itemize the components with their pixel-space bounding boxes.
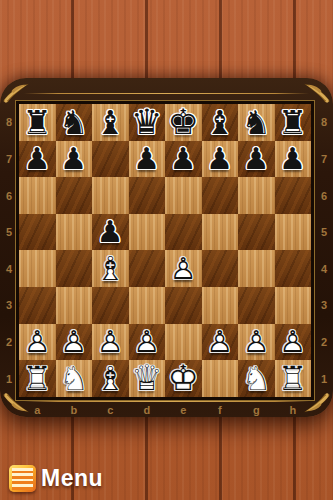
square-a2[interactable]: ♟♙ <box>19 324 56 361</box>
rank-label-4: 4 <box>2 251 16 288</box>
square-g3[interactable] <box>238 287 275 324</box>
square-a5[interactable] <box>19 214 56 251</box>
piece-black-pawn[interactable]: ♟ <box>92 214 129 251</box>
square-e5[interactable] <box>165 214 202 251</box>
square-c8[interactable]: ♝ <box>92 104 129 141</box>
square-e8[interactable]: ♚ <box>165 104 202 141</box>
square-d6[interactable] <box>129 177 166 214</box>
piece-white-knight[interactable]: ♞♘ <box>238 360 275 397</box>
piece-black-bishop[interactable]: ♝ <box>92 104 129 141</box>
square-c1[interactable]: ♝♗ <box>92 360 129 397</box>
square-b1[interactable]: ♞♘ <box>56 360 93 397</box>
piece-black-pawn[interactable]: ♟ <box>238 141 275 178</box>
piece-white-pawn[interactable]: ♟♙ <box>275 324 312 361</box>
file-label-g: g <box>238 402 275 418</box>
square-b3[interactable] <box>56 287 93 324</box>
menu-button[interactable]: Menu <box>9 465 103 492</box>
square-g6[interactable] <box>238 177 275 214</box>
square-d2[interactable]: ♟♙ <box>129 324 166 361</box>
square-f6[interactable] <box>202 177 239 214</box>
rank-label-4: 4 <box>317 251 331 288</box>
piece-white-rook[interactable]: ♜♖ <box>275 360 312 397</box>
rank-labels-right: 87654321 <box>317 104 331 397</box>
piece-black-rook[interactable]: ♜ <box>275 104 312 141</box>
piece-white-bishop[interactable]: ♝♗ <box>92 360 129 397</box>
square-a7[interactable]: ♟ <box>19 141 56 178</box>
piece-white-knight[interactable]: ♞♘ <box>56 360 93 397</box>
square-f3[interactable] <box>202 287 239 324</box>
square-c6[interactable] <box>92 177 129 214</box>
square-b4[interactable] <box>56 250 93 287</box>
chess-board[interactable]: ♜♞♝♛♚♝♞♜♟♟♟♟♟♟♟♟♝♗♟♙♟♙♟♙♟♙♟♙♟♙♟♙♟♙♜♖♞♘♝♗… <box>19 104 311 397</box>
rank-labels-left: 87654321 <box>2 104 16 397</box>
square-h7[interactable]: ♟ <box>275 141 312 178</box>
square-g4[interactable] <box>238 250 275 287</box>
square-e1[interactable]: ♚♔ <box>165 360 202 397</box>
piece-black-pawn[interactable]: ♟ <box>129 141 166 178</box>
rank-label-6: 6 <box>2 177 16 214</box>
square-a3[interactable] <box>19 287 56 324</box>
chess-board-frame: 87654321 87654321 abcdefgh ♜♞♝♛♚♝♞♜♟♟♟♟♟… <box>0 78 333 417</box>
piece-black-pawn[interactable]: ♟ <box>56 141 93 178</box>
square-h1[interactable]: ♜♖ <box>275 360 312 397</box>
piece-black-pawn[interactable]: ♟ <box>19 141 56 178</box>
file-label-h: h <box>275 402 312 418</box>
square-c7[interactable] <box>92 141 129 178</box>
piece-white-pawn[interactable]: ♟♙ <box>202 324 239 361</box>
piece-white-pawn[interactable]: ♟♙ <box>19 324 56 361</box>
square-f8[interactable]: ♝ <box>202 104 239 141</box>
square-d1[interactable]: ♛♕ <box>129 360 166 397</box>
square-g2[interactable]: ♟♙ <box>238 324 275 361</box>
square-g1[interactable]: ♞♘ <box>238 360 275 397</box>
square-c3[interactable] <box>92 287 129 324</box>
square-b2[interactable]: ♟♙ <box>56 324 93 361</box>
square-b6[interactable] <box>56 177 93 214</box>
rank-label-7: 7 <box>317 141 331 178</box>
menu-label[interactable]: Menu <box>41 465 103 492</box>
square-h4[interactable] <box>275 250 312 287</box>
square-g7[interactable]: ♟ <box>238 141 275 178</box>
piece-white-pawn[interactable]: ♟♙ <box>92 324 129 361</box>
piece-black-knight[interactable]: ♞ <box>56 104 93 141</box>
square-e2[interactable] <box>165 324 202 361</box>
square-d3[interactable] <box>129 287 166 324</box>
square-d8[interactable]: ♛ <box>129 104 166 141</box>
piece-white-bishop[interactable]: ♝♗ <box>92 250 129 287</box>
square-e3[interactable] <box>165 287 202 324</box>
square-d4[interactable] <box>129 250 166 287</box>
frame-gold-line-top <box>24 93 309 94</box>
piece-black-knight[interactable]: ♞ <box>238 104 275 141</box>
piece-white-pawn[interactable]: ♟♙ <box>238 324 275 361</box>
piece-white-pawn[interactable]: ♟♙ <box>165 250 202 287</box>
square-c5[interactable]: ♟ <box>92 214 129 251</box>
hamburger-menu-icon[interactable] <box>9 465 36 492</box>
square-f7[interactable]: ♟ <box>202 141 239 178</box>
square-h5[interactable] <box>275 214 312 251</box>
square-f5[interactable] <box>202 214 239 251</box>
piece-white-king[interactable]: ♚♔ <box>165 360 202 397</box>
square-h3[interactable] <box>275 287 312 324</box>
piece-black-rook[interactable]: ♜ <box>19 104 56 141</box>
square-f2[interactable]: ♟♙ <box>202 324 239 361</box>
square-e7[interactable]: ♟ <box>165 141 202 178</box>
square-b5[interactable] <box>56 214 93 251</box>
square-a1[interactable]: ♜♖ <box>19 360 56 397</box>
piece-white-queen[interactable]: ♛♕ <box>129 360 166 397</box>
rank-label-1: 1 <box>317 360 331 397</box>
piece-white-pawn[interactable]: ♟♙ <box>129 324 166 361</box>
piece-white-pawn[interactable]: ♟♙ <box>56 324 93 361</box>
square-c2[interactable]: ♟♙ <box>92 324 129 361</box>
square-f1[interactable] <box>202 360 239 397</box>
square-g5[interactable] <box>238 214 275 251</box>
rank-label-3: 3 <box>2 287 16 324</box>
piece-black-pawn[interactable]: ♟ <box>275 141 312 178</box>
rank-label-5: 5 <box>2 214 16 251</box>
piece-black-king[interactable]: ♚ <box>165 104 202 141</box>
rank-label-6: 6 <box>317 177 331 214</box>
file-labels-bottom: abcdefgh <box>19 402 311 418</box>
piece-white-rook[interactable]: ♜♖ <box>19 360 56 397</box>
piece-black-pawn[interactable]: ♟ <box>202 141 239 178</box>
square-f4[interactable] <box>202 250 239 287</box>
rank-label-1: 1 <box>2 360 16 397</box>
square-b7[interactable]: ♟ <box>56 141 93 178</box>
piece-black-queen[interactable]: ♛ <box>129 104 166 141</box>
rank-label-5: 5 <box>317 214 331 251</box>
rank-label-2: 2 <box>2 324 16 361</box>
piece-black-pawn[interactable]: ♟ <box>165 141 202 178</box>
rank-label-8: 8 <box>317 104 331 141</box>
square-h2[interactable]: ♟♙ <box>275 324 312 361</box>
file-label-f: f <box>202 402 239 418</box>
rank-label-7: 7 <box>2 141 16 178</box>
square-c4[interactable]: ♝♗ <box>92 250 129 287</box>
file-label-e: e <box>165 402 202 418</box>
square-a8[interactable]: ♜ <box>19 104 56 141</box>
square-d7[interactable]: ♟ <box>129 141 166 178</box>
file-label-a: a <box>19 402 56 418</box>
square-h8[interactable]: ♜ <box>275 104 312 141</box>
square-b8[interactable]: ♞ <box>56 104 93 141</box>
file-label-b: b <box>56 402 93 418</box>
rank-label-2: 2 <box>317 324 331 361</box>
square-e6[interactable] <box>165 177 202 214</box>
square-e4[interactable]: ♟♙ <box>165 250 202 287</box>
square-g8[interactable]: ♞ <box>238 104 275 141</box>
file-label-c: c <box>92 402 129 418</box>
square-a6[interactable] <box>19 177 56 214</box>
piece-black-bishop[interactable]: ♝ <box>202 104 239 141</box>
file-label-d: d <box>129 402 166 418</box>
square-d5[interactable] <box>129 214 166 251</box>
square-h6[interactable] <box>275 177 312 214</box>
square-a4[interactable] <box>19 250 56 287</box>
rank-label-3: 3 <box>317 287 331 324</box>
rank-label-8: 8 <box>2 104 16 141</box>
